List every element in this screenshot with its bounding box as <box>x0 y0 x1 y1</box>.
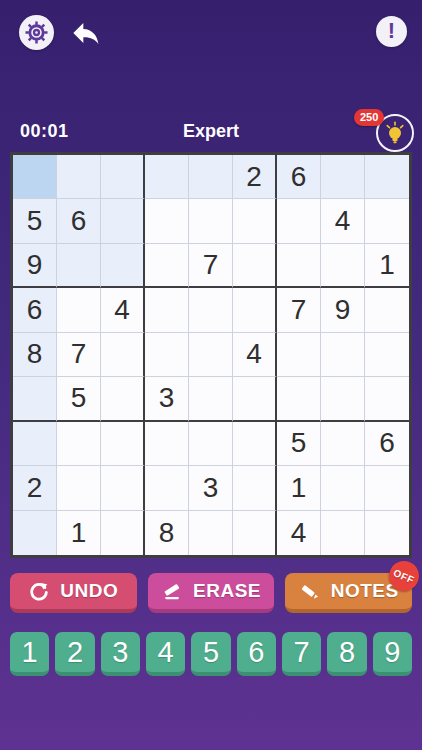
numpad-button-6[interactable]: 6 <box>237 632 276 676</box>
sudoku-cell[interactable] <box>189 333 233 377</box>
sudoku-cell[interactable]: 6 <box>13 288 57 332</box>
sudoku-cell[interactable]: 1 <box>57 511 101 555</box>
sudoku-cell[interactable] <box>233 199 277 243</box>
sudoku-cell[interactable]: 2 <box>233 155 277 199</box>
numpad-button-5[interactable]: 5 <box>191 632 230 676</box>
back-button[interactable] <box>69 17 103 49</box>
sudoku-cell[interactable]: 4 <box>233 333 277 377</box>
sudoku-board: 2656497164798745356231184 <box>10 152 412 558</box>
undo-icon <box>28 580 50 602</box>
notes-button[interactable]: OFF NOTES <box>285 573 412 613</box>
game-header: 00:01 Expert 250 <box>0 112 422 154</box>
erase-label: ERASE <box>193 580 261 602</box>
sudoku-cell[interactable]: 1 <box>277 466 321 510</box>
sudoku-cell[interactable] <box>145 422 189 466</box>
numpad-button-4[interactable]: 4 <box>146 632 185 676</box>
sudoku-cell[interactable]: 6 <box>57 199 101 243</box>
sudoku-cell[interactable] <box>57 244 101 288</box>
sudoku-cell[interactable] <box>13 377 57 421</box>
pencil-icon <box>299 580 321 602</box>
sudoku-cell[interactable] <box>101 377 145 421</box>
sudoku-cell[interactable] <box>101 466 145 510</box>
sudoku-cell[interactable] <box>365 288 409 332</box>
sudoku-cell[interactable] <box>101 199 145 243</box>
sudoku-cell[interactable]: 4 <box>101 288 145 332</box>
sudoku-cell[interactable] <box>101 333 145 377</box>
sudoku-cell[interactable] <box>13 511 57 555</box>
back-arrow-icon <box>69 17 103 49</box>
sudoku-cell[interactable] <box>145 288 189 332</box>
sudoku-cell[interactable] <box>101 511 145 555</box>
sudoku-cell[interactable] <box>145 199 189 243</box>
sudoku-cell[interactable]: 6 <box>365 422 409 466</box>
sudoku-cell[interactable] <box>321 333 365 377</box>
sudoku-cell[interactable] <box>365 155 409 199</box>
sudoku-cell[interactable] <box>189 377 233 421</box>
sudoku-cell[interactable] <box>189 511 233 555</box>
sudoku-cell[interactable] <box>13 155 57 199</box>
sudoku-cell[interactable] <box>233 511 277 555</box>
sudoku-cell[interactable]: 1 <box>365 244 409 288</box>
sudoku-cell[interactable] <box>321 422 365 466</box>
sudoku-cell[interactable] <box>189 288 233 332</box>
sudoku-cell[interactable]: 5 <box>277 422 321 466</box>
sudoku-cell[interactable] <box>321 511 365 555</box>
sudoku-cell[interactable] <box>365 466 409 510</box>
sudoku-cell[interactable]: 3 <box>145 377 189 421</box>
sudoku-cell[interactable] <box>57 466 101 510</box>
sudoku-cell[interactable]: 9 <box>13 244 57 288</box>
sudoku-cell[interactable]: 7 <box>57 333 101 377</box>
sudoku-cell[interactable] <box>277 333 321 377</box>
sudoku-cell[interactable]: 5 <box>57 377 101 421</box>
sudoku-cell[interactable] <box>233 244 277 288</box>
exclamation-icon: ! <box>388 20 395 44</box>
control-buttons: UNDO ERASE OFF <box>10 573 412 613</box>
sudoku-cell[interactable] <box>321 377 365 421</box>
hint-button[interactable]: 250 <box>376 114 414 152</box>
numpad-button-7[interactable]: 7 <box>282 632 321 676</box>
sudoku-cell[interactable] <box>365 199 409 243</box>
sudoku-cell[interactable]: 3 <box>189 466 233 510</box>
top-bar: ! <box>0 0 422 62</box>
numpad-button-9[interactable]: 9 <box>373 632 412 676</box>
sudoku-cell[interactable] <box>365 511 409 555</box>
undo-button[interactable]: UNDO <box>10 573 137 613</box>
sudoku-cell[interactable] <box>57 155 101 199</box>
sudoku-cell[interactable] <box>233 288 277 332</box>
sudoku-cell[interactable]: 7 <box>277 288 321 332</box>
sudoku-cell[interactable] <box>145 155 189 199</box>
sudoku-cell[interactable] <box>321 244 365 288</box>
sudoku-cell[interactable] <box>321 155 365 199</box>
sudoku-cell[interactable] <box>145 466 189 510</box>
number-pad: 123456789 <box>10 632 412 676</box>
sudoku-cell[interactable]: 9 <box>321 288 365 332</box>
sudoku-cell[interactable] <box>277 244 321 288</box>
numpad-button-8[interactable]: 8 <box>327 632 366 676</box>
erase-button[interactable]: ERASE <box>148 573 275 613</box>
sudoku-cell[interactable] <box>101 244 145 288</box>
sudoku-cell[interactable] <box>321 466 365 510</box>
eraser-icon <box>161 580 183 602</box>
sudoku-cell[interactable] <box>57 422 101 466</box>
sudoku-app-screen: ! 00:01 Expert 250 <box>0 0 422 750</box>
sudoku-cell[interactable] <box>365 333 409 377</box>
alert-button[interactable]: ! <box>376 16 407 47</box>
sudoku-cell[interactable] <box>233 466 277 510</box>
numpad-button-1[interactable]: 1 <box>10 632 49 676</box>
sudoku-cell[interactable] <box>101 155 145 199</box>
sudoku-cell[interactable]: 6 <box>277 155 321 199</box>
sudoku-cell[interactable] <box>189 155 233 199</box>
sudoku-cell[interactable]: 5 <box>13 199 57 243</box>
sudoku-cell[interactable]: 4 <box>321 199 365 243</box>
sudoku-cell[interactable]: 4 <box>277 511 321 555</box>
numpad-button-2[interactable]: 2 <box>55 632 94 676</box>
settings-button[interactable] <box>19 15 54 50</box>
sudoku-cell[interactable] <box>277 377 321 421</box>
sudoku-cell[interactable] <box>233 422 277 466</box>
sudoku-cell[interactable]: 8 <box>145 511 189 555</box>
sudoku-cell[interactable]: 8 <box>13 333 57 377</box>
hint-count-badge: 250 <box>354 109 384 126</box>
undo-label: UNDO <box>60 580 118 602</box>
sudoku-cell[interactable] <box>189 199 233 243</box>
sudoku-cell[interactable] <box>233 377 277 421</box>
sudoku-cell[interactable] <box>189 422 233 466</box>
sudoku-cell[interactable] <box>101 422 145 466</box>
numpad-button-3[interactable]: 3 <box>101 632 140 676</box>
notes-label: NOTES <box>331 580 399 602</box>
sudoku-cell[interactable] <box>365 377 409 421</box>
lightbulb-icon <box>383 121 407 145</box>
sudoku-cell[interactable] <box>57 288 101 332</box>
gear-icon <box>25 21 48 44</box>
sudoku-cell[interactable]: 7 <box>189 244 233 288</box>
sudoku-cell[interactable] <box>145 333 189 377</box>
sudoku-cell[interactable] <box>277 199 321 243</box>
sudoku-cell[interactable]: 2 <box>13 466 57 510</box>
sudoku-cell[interactable] <box>13 422 57 466</box>
sudoku-cell[interactable] <box>145 244 189 288</box>
